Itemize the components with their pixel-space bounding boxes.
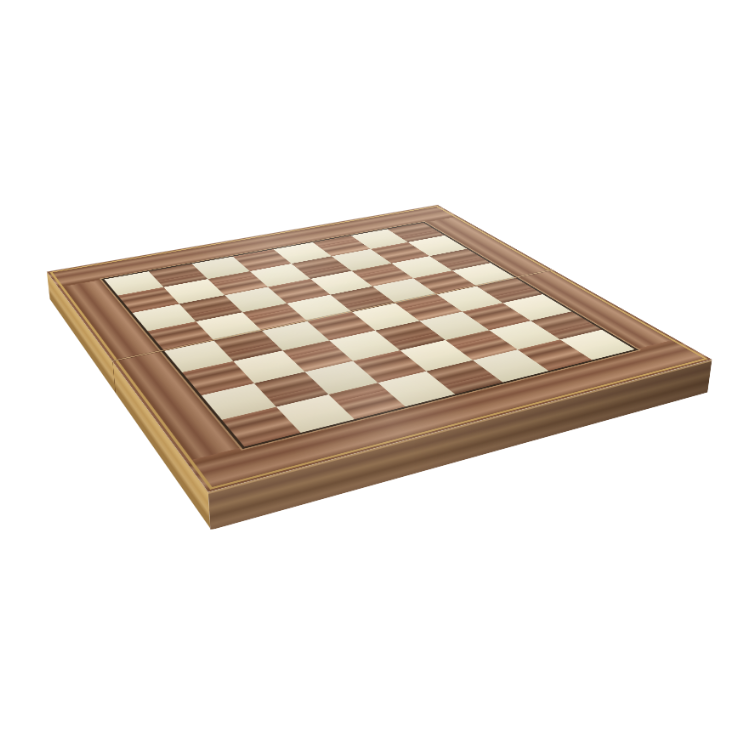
square-r5-c1[interactable]: [233, 351, 304, 384]
square-r7-c6[interactable]: [517, 340, 592, 371]
square-r7-c7[interactable]: [560, 330, 634, 360]
square-r5-c4[interactable]: [375, 321, 445, 350]
square-r7-c4[interactable]: [426, 360, 502, 394]
square-r7-c0[interactable]: [222, 407, 300, 447]
square-r6-c3[interactable]: [353, 350, 426, 383]
square-r7-c2[interactable]: [328, 383, 405, 420]
square-r6-c2[interactable]: [304, 361, 378, 395]
square-r4-c1[interactable]: [214, 331, 282, 361]
square-r5-c3[interactable]: [329, 330, 399, 360]
square-r7-c3[interactable]: [378, 371, 455, 406]
square-r6-c7[interactable]: [531, 311, 602, 339]
square-r4-c2[interactable]: [261, 321, 329, 350]
square-r7-c5[interactable]: [473, 350, 549, 383]
square-r5-c0[interactable]: [182, 361, 254, 395]
square-r6-c5[interactable]: [445, 330, 517, 360]
square-r6-c6[interactable]: [489, 321, 561, 350]
square-r3-c0[interactable]: [148, 322, 214, 351]
square-r6-c1[interactable]: [254, 372, 328, 407]
square-r7-c1[interactable]: [276, 395, 354, 433]
product-photo-background: [0, 0, 740, 740]
board-scale-wrapper: [53, 47, 682, 676]
square-r5-c5[interactable]: [419, 312, 488, 340]
square-r4-c3[interactable]: [308, 312, 376, 340]
square-r6-c4[interactable]: [400, 340, 473, 371]
square-r4-c0[interactable]: [164, 341, 233, 373]
square-r6-c0[interactable]: [201, 383, 276, 420]
square-r3-c1[interactable]: [196, 312, 262, 340]
board-border-bottom: [186, 339, 712, 492]
square-r5-c2[interactable]: [282, 340, 353, 371]
chessboard-scene: [106, 66, 597, 557]
chessboard-3d: [47, 205, 712, 492]
